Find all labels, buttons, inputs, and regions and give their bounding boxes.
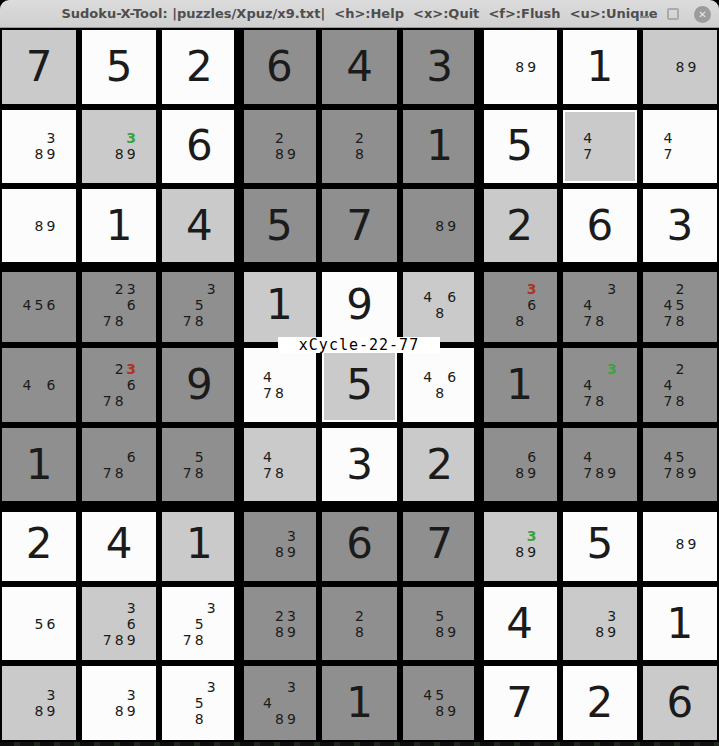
candidate-line: 78 [662,393,698,409]
cell-r6c6[interactable]: 2 [403,428,477,502]
candidate-digit [261,608,273,624]
candidate-digit: 7 [582,146,594,162]
cell-r4c1[interactable]: 456 [2,269,76,343]
candidate-digit [125,313,137,329]
candidate-digit: 7 [101,313,113,329]
cell-r6c2[interactable]: 678 [82,428,156,502]
candidate-digit: 4 [582,377,594,393]
candidate-digit [261,146,273,162]
solved-digit: 2 [506,205,533,247]
candidate-digit [341,608,353,624]
cell-r3c9[interactable]: 3 [643,189,717,263]
candidate-digit [502,544,514,560]
candidate-digit [101,616,113,632]
candidate-digit: 9 [686,59,698,75]
candidate-digit [502,528,514,544]
candidate-line: 89 [261,544,297,560]
candidate-digit [205,616,217,632]
solved-digit: 2 [26,523,53,565]
candidate-line: 6 [101,616,137,632]
cell-r4c6[interactable]: 4 6 8 [403,269,477,343]
cell-r4c9[interactable]: 2 45 78 [643,269,717,343]
solved-digit: 4 [186,205,213,247]
cell-r2c1[interactable]: 3 89 [2,110,76,184]
cell-r8c1[interactable]: 56 [2,587,76,661]
cell-r7c3[interactable]: 1 [162,507,236,581]
solved-digit: 7 [426,523,453,565]
cell-r4c3[interactable]: 3 5 78 [162,269,236,343]
solved-digit: 3 [346,444,373,486]
candidate-line: 45 [662,449,698,465]
cell-r8c9[interactable]: 1 [643,587,717,661]
solved-digit: 7 [506,682,533,724]
candidate-line: 89 [21,146,57,162]
cell-r3c6[interactable]: 89 [403,189,477,263]
candidate-digit: 8 [113,465,125,481]
candidate-digit [594,146,606,162]
cell-r1c3[interactable]: 2 [162,30,236,104]
cell-r2c2[interactable]: 3 89 [82,110,156,184]
cell-r5c5[interactable]: 5 [322,348,396,422]
cell-r4c4[interactable]: 1 [242,269,316,343]
cell-r9c3[interactable]: 3 5 8 [162,666,236,740]
cell-r2c6[interactable]: 1 [403,110,477,184]
candidate-digit [502,59,514,75]
candidate-digit [594,281,606,297]
cell-r5c2[interactable]: 23 678 [82,348,156,422]
sudoku-board: 752643 891 89 3 89 3 896 2 89 2 8 154 7 … [0,28,719,742]
candidate-line: 89 [261,146,297,162]
candidate-digit: 8 [33,218,45,234]
candidate-digit: 3 [205,281,217,297]
candidate-line: 3 [261,679,297,695]
candidate-digit [582,361,594,377]
candidate-digit: 5 [193,297,205,313]
solved-digit: 9 [346,284,373,326]
candidate-digit [686,281,698,297]
candidate-line: 4 [261,449,297,465]
candidate-digit: 2 [273,130,285,146]
candidate-digit: 3 [285,679,297,695]
candidate-digit: 3 [125,361,137,377]
solved-digit: 1 [346,682,373,724]
candidate-line: 78 [181,465,217,481]
box-boundary-vertical-1 [234,28,244,742]
candidate-digit [285,465,297,481]
candidate-digit: 4 [662,297,674,313]
candidate-line: 4 [582,130,618,146]
cell-r7c7[interactable]: 3 89 [483,507,557,581]
candidate-digit [285,385,297,401]
cell-r9c6[interactable]: 45 89 [403,666,477,740]
candidate-digit: 2 [113,361,125,377]
maximize-icon [667,8,679,20]
candidate-line: 3 [261,528,297,544]
candidate-digit [662,361,674,377]
close-icon: ✕ [698,9,706,20]
candidate-digit: 5 [434,687,446,703]
candidate-digit: 8 [434,385,446,401]
cell-r7c4[interactable]: 3 89 [242,507,316,581]
cell-r9c5[interactable]: 1 [322,666,396,740]
candidate-digit [594,130,606,146]
solved-digit: 1 [186,523,213,565]
candidate-digit [113,297,125,313]
candidate-digit [285,695,297,711]
cell-r9c4[interactable]: 34 89 [242,666,316,740]
cell-r3c8[interactable]: 6 [563,189,637,263]
candidate-digit: 8 [674,393,686,409]
candidate-digit: 4 [261,369,273,385]
candidate-digit [526,313,538,329]
candidate-line: 4 [582,377,618,393]
candidate-digit [261,544,273,560]
candidate-digit: 3 [125,687,137,703]
candidate-digit [261,130,273,146]
solved-digit: 3 [667,205,694,247]
candidate-digit [181,281,193,297]
cell-r8c6[interactable]: 5 89 [403,587,477,661]
candidate-digit [273,695,285,711]
candidate-line: 4 6 [21,377,57,393]
solved-digit: 1 [586,46,613,88]
candidate-digit [686,313,698,329]
candidate-digit [113,687,125,703]
candidate-digit [582,624,594,640]
candidate-digit [422,703,434,719]
candidate-digit: 3 [285,608,297,624]
candidate-digit [285,449,297,465]
candidate-digit [606,393,618,409]
cell-r2c4[interactable]: 2 89 [242,110,316,184]
maximize-button[interactable] [665,6,681,22]
cell-r3c4[interactable]: 5 [242,189,316,263]
candidate-line: 2 [662,281,698,297]
candidate-digit: 8 [353,624,365,640]
candidate-digit: 8 [33,146,45,162]
candidate-line: 3 [101,130,137,146]
candidate-digit: 4 [582,297,594,313]
candidate-digit [205,711,217,727]
cell-r7c8[interactable]: 5 [563,507,637,581]
candidate-digit [273,679,285,695]
cell-r7c5[interactable]: 6 [322,507,396,581]
candidate-digit: 4 [261,449,273,465]
solved-digit: 1 [506,364,533,406]
cell-r8c3[interactable]: 3 5 78 [162,587,236,661]
candidate-digit: 8 [273,385,285,401]
cell-r5c8[interactable]: 34 78 [563,348,637,422]
solved-digit: 2 [586,682,613,724]
candidate-digit: 7 [181,465,193,481]
candidate-line: 4 [662,377,698,393]
candidate-digit: 9 [686,536,698,552]
candidate-digit [205,632,217,648]
candidate-digit [261,624,273,640]
cell-r6c5[interactable]: 3 [322,428,396,502]
candidate-digit [205,313,217,329]
cell-r4c7[interactable]: 3 6 8 [483,269,557,343]
cell-r8c4[interactable]: 23 89 [242,587,316,661]
candidate-line: 89 [21,703,57,719]
cell-r5c1[interactable]: 4 6 [2,348,76,422]
candidate-line: 8 [422,385,458,401]
candidate-digit: 6 [45,616,57,632]
candidate-line: 5 [181,449,217,465]
box-boundary-horizontal-2 [0,502,719,512]
candidate-digit [285,130,297,146]
cell-r2c9[interactable]: 4 7 [643,110,717,184]
candidate-digit: 8 [273,711,285,727]
candidate-digit: 2 [353,608,365,624]
candidate-digit: 9 [446,703,458,719]
candidate-digit [514,449,526,465]
candidate-digit [686,377,698,393]
cell-r4c2[interactable]: 23 678 [82,269,156,343]
candidate-digit [101,703,113,719]
candidate-digit [434,289,446,305]
cell-r2c3[interactable]: 6 [162,110,236,184]
candidate-digit [422,305,434,321]
candidate-digit [205,695,217,711]
candidate-line: 2 [341,130,377,146]
candidate-digit: 5 [434,608,446,624]
candidate-line: 4 [582,297,618,313]
candidate-digit [101,281,113,297]
candidate-digit: 2 [674,281,686,297]
candidate-line: 8 [341,624,377,640]
candidate-digit [21,146,33,162]
candidate-line: 3 [502,528,538,544]
candidate-digit [606,130,618,146]
candidate-digit [582,608,594,624]
cell-r5c3[interactable]: 9 [162,348,236,422]
cell-r9c8[interactable]: 2 [563,666,637,740]
candidate-digit: 7 [582,465,594,481]
candidate-digit: 8 [193,313,205,329]
cell-r1c2[interactable]: 5 [82,30,156,104]
cell-r8c2[interactable]: 3 6789 [82,587,156,661]
cell-r1c9[interactable]: 89 [643,30,717,104]
candidate-line: 3 [582,608,618,624]
candidate-line: 4 [662,130,698,146]
minimize-button[interactable] [636,6,652,22]
cell-r9c9[interactable]: 6 [643,666,717,740]
solved-digit: 1 [26,444,53,486]
solved-digit: 6 [667,682,694,724]
candidate-line: 3 [21,130,57,146]
cell-r1c5[interactable]: 4 [322,30,396,104]
cell-r1c4[interactable]: 6 [242,30,316,104]
candidate-digit: 7 [582,313,594,329]
candidate-digit [113,616,125,632]
candidate-digit [422,218,434,234]
candidate-digit [33,130,45,146]
candidate-digit: 8 [594,465,606,481]
candidate-digit [502,449,514,465]
candidate-digit [594,297,606,313]
candidate-line: 45 [662,297,698,313]
candidate-digit: 7 [181,313,193,329]
candidate-digit: 7 [261,385,273,401]
candidate-digit: 6 [45,377,57,393]
cell-r2c8[interactable]: 4 7 [563,110,637,184]
candidate-digit: 9 [285,711,297,727]
cell-r6c4[interactable]: 4 78 [242,428,316,502]
candidate-digit: 2 [674,361,686,377]
cell-r5c6[interactable]: 4 6 8 [403,348,477,422]
cell-r1c7[interactable]: 89 [483,30,557,104]
cell-r8c7[interactable]: 4 [483,587,557,661]
candidate-digit: 3 [285,528,297,544]
cell-r9c2[interactable]: 3 89 [82,666,156,740]
cell-r9c1[interactable]: 3 89 [2,666,76,740]
candidate-digit: 2 [353,130,365,146]
candidate-digit [21,218,33,234]
candidate-line: 89 [662,536,698,552]
candidate-digit: 9 [686,465,698,481]
candidate-digit: 5 [33,297,45,313]
cell-r4c5[interactable]: 9 [322,269,396,343]
candidate-digit [594,361,606,377]
candidate-digit [446,305,458,321]
candidate-digit: 6 [45,297,57,313]
candidate-digit: 5 [674,297,686,313]
candidate-digit: 7 [662,313,674,329]
candidate-digit: 9 [45,703,57,719]
candidate-digit: 9 [45,218,57,234]
candidate-line: 5 [181,297,217,313]
candidate-digit: 4 [582,130,594,146]
cell-r6c9[interactable]: 45 789 [643,428,717,502]
candidate-line: 2 [662,361,698,377]
candidate-digit: 8 [594,313,606,329]
cell-r7c6[interactable]: 7 [403,507,477,581]
candidate-digit: 8 [273,146,285,162]
candidate-digit: 8 [594,624,606,640]
candidate-digit: 5 [193,449,205,465]
candidate-digit: 8 [674,313,686,329]
cell-r3c2[interactable]: 1 [82,189,156,263]
cell-r3c5[interactable]: 7 [322,189,396,263]
candidate-digit: 4 [422,687,434,703]
minimize-icon [640,16,649,18]
candidate-digit [205,297,217,313]
title-bar[interactable]: Sudoku-X-Tool: |puzzles/Xpuz/x9.txt| <h>… [0,0,719,28]
candidate-digit [341,624,353,640]
candidate-digit [422,608,434,624]
candidate-digit [181,679,193,695]
candidate-digit [125,465,137,481]
candidate-digit: 6 [526,297,538,313]
candidate-digit: 7 [582,393,594,409]
cell-r6c7[interactable]: 6 89 [483,428,557,502]
cell-r8c8[interactable]: 3 89 [563,587,637,661]
candidate-digit: 4 [662,130,674,146]
candidate-line: 4 6 [422,289,458,305]
cell-r5c4[interactable]: 4 78 [242,348,316,422]
candidate-digit [125,393,137,409]
candidate-digit: 4 [422,289,434,305]
candidate-digit: 8 [273,544,285,560]
candidate-digit: 7 [261,465,273,481]
candidate-line: 89 [422,703,458,719]
cell-r7c1[interactable]: 2 [2,507,76,581]
cell-r3c1[interactable]: 89 [2,189,76,263]
cell-r7c9[interactable]: 89 [643,507,717,581]
cell-r6c3[interactable]: 5 78 [162,428,236,502]
cell-r6c8[interactable]: 4 789 [563,428,637,502]
window-controls: ✕ [636,0,711,28]
candidate-digit [422,385,434,401]
cell-r2c7[interactable]: 5 [483,110,557,184]
candidate-digit [101,377,113,393]
solved-digit: 4 [346,46,373,88]
candidate-digit: 3 [606,361,618,377]
cell-r3c7[interactable]: 2 [483,189,557,263]
candidate-digit [101,146,113,162]
solved-digit: 1 [266,284,293,326]
candidate-line: 2 [341,608,377,624]
cell-r7c2[interactable]: 4 [82,507,156,581]
candidate-digit: 6 [125,449,137,465]
candidate-digit: 8 [434,703,446,719]
candidate-line: 4 [582,449,618,465]
candidate-digit [181,711,193,727]
solved-digit: 4 [106,523,133,565]
candidate-line: 3 [582,281,618,297]
cell-r3c3[interactable]: 4 [162,189,236,263]
candidate-digit: 8 [514,59,526,75]
candidate-line: 5 [422,608,458,624]
cell-r1c8[interactable]: 1 [563,30,637,104]
candidate-digit [434,369,446,385]
candidate-line: 5 [181,695,217,711]
candidate-digit [686,361,698,377]
candidate-line: 89 [582,624,618,640]
cell-r8c5[interactable]: 2 8 [322,587,396,661]
cell-r2c5[interactable]: 2 8 [322,110,396,184]
cell-r1c1[interactable]: 7 [2,30,76,104]
candidate-digit: 9 [125,146,137,162]
candidate-line: 3 [582,361,618,377]
candidate-digit: 3 [125,600,137,616]
cell-r4c8[interactable]: 34 78 [563,269,637,343]
candidate-digit: 8 [674,59,686,75]
cell-r9c7[interactable]: 7 [483,666,557,740]
solved-digit: 6 [266,46,293,88]
candidate-digit: 4 [261,695,273,711]
cell-r6c1[interactable]: 1 [2,428,76,502]
close-button[interactable]: ✕ [694,6,711,23]
bottom-status-strip [0,742,719,746]
cell-r1c6[interactable]: 3 [403,30,477,104]
candidate-digit: 4 [21,297,33,313]
cell-r5c9[interactable]: 2 4 78 [643,348,717,422]
candidate-digit [101,687,113,703]
candidate-digit [365,608,377,624]
solved-digit: 6 [586,205,613,247]
candidate-digit: 3 [526,281,538,297]
candidate-digit: 6 [125,616,137,632]
candidate-line: 78 [582,393,618,409]
candidate-digit: 3 [526,528,538,544]
candidate-digit: 8 [674,465,686,481]
candidate-digit: 9 [526,465,538,481]
candidate-line: 78 [261,385,297,401]
cell-r5c7[interactable]: 1 [483,348,557,422]
candidate-digit [514,281,526,297]
